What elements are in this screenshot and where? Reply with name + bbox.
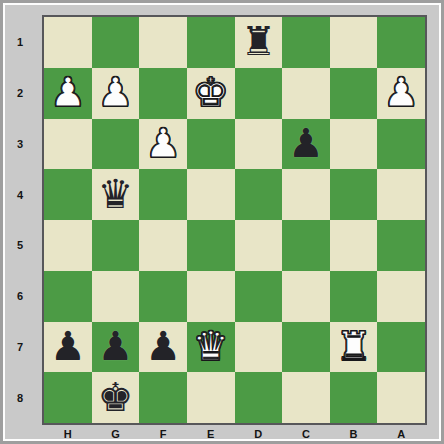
chessboard-frame: 12345678 ♜♟♟♚♟♟♟♛♟♟♟♛♜♚ HGFEDCBA: [0, 0, 444, 444]
piece-white-pawn[interactable]: ♟: [50, 72, 86, 112]
file-label-f: F: [139, 425, 187, 442]
square-b5[interactable]: [330, 220, 378, 271]
square-b7[interactable]: ♜: [330, 322, 378, 373]
square-f8[interactable]: [139, 372, 187, 423]
square-c2[interactable]: [282, 68, 330, 119]
file-label-d: D: [235, 425, 283, 442]
square-f2[interactable]: [139, 68, 187, 119]
piece-black-queen[interactable]: ♛: [98, 174, 134, 214]
square-d7[interactable]: [235, 322, 283, 373]
square-f5[interactable]: [139, 220, 187, 271]
square-c5[interactable]: [282, 220, 330, 271]
piece-black-rook[interactable]: ♜: [240, 21, 276, 61]
square-d5[interactable]: [235, 220, 283, 271]
file-labels: HGFEDCBA: [44, 425, 425, 442]
square-a4[interactable]: [377, 169, 425, 220]
square-d3[interactable]: [235, 119, 283, 170]
square-f3[interactable]: ♟: [139, 119, 187, 170]
square-d8[interactable]: [235, 372, 283, 423]
rank-label-2: 2: [0, 68, 40, 119]
square-g1[interactable]: [92, 17, 140, 68]
square-b1[interactable]: [330, 17, 378, 68]
rank-label-7: 7: [0, 322, 40, 373]
chess-board: ♜♟♟♚♟♟♟♛♟♟♟♛♜♚: [42, 15, 427, 425]
piece-white-pawn[interactable]: ♟: [145, 123, 181, 163]
square-a2[interactable]: ♟: [377, 68, 425, 119]
rank-label-8: 8: [0, 372, 40, 423]
file-label-a: A: [377, 425, 425, 442]
square-h6[interactable]: [44, 271, 92, 322]
square-c6[interactable]: [282, 271, 330, 322]
square-a1[interactable]: [377, 17, 425, 68]
square-h3[interactable]: [44, 119, 92, 170]
square-a8[interactable]: [377, 372, 425, 423]
square-g7[interactable]: ♟: [92, 322, 140, 373]
square-d6[interactable]: [235, 271, 283, 322]
square-g6[interactable]: [92, 271, 140, 322]
piece-black-pawn[interactable]: ♟: [50, 326, 86, 366]
square-b4[interactable]: [330, 169, 378, 220]
piece-black-pawn[interactable]: ♟: [288, 123, 324, 163]
piece-black-king[interactable]: ♚: [98, 377, 134, 417]
square-f1[interactable]: [139, 17, 187, 68]
piece-white-king[interactable]: ♚: [193, 72, 229, 112]
square-a6[interactable]: [377, 271, 425, 322]
rank-labels: 12345678: [0, 17, 40, 423]
square-g5[interactable]: [92, 220, 140, 271]
square-e2[interactable]: ♚: [187, 68, 235, 119]
piece-white-queen[interactable]: ♛: [193, 326, 229, 366]
piece-black-pawn[interactable]: ♟: [98, 326, 134, 366]
square-g2[interactable]: ♟: [92, 68, 140, 119]
square-c8[interactable]: [282, 372, 330, 423]
square-g8[interactable]: ♚: [92, 372, 140, 423]
piece-white-pawn[interactable]: ♟: [383, 72, 419, 112]
square-b2[interactable]: [330, 68, 378, 119]
square-b6[interactable]: [330, 271, 378, 322]
square-a7[interactable]: [377, 322, 425, 373]
square-h2[interactable]: ♟: [44, 68, 92, 119]
file-label-e: E: [187, 425, 235, 442]
square-g3[interactable]: [92, 119, 140, 170]
square-e8[interactable]: [187, 372, 235, 423]
square-d1[interactable]: ♜: [235, 17, 283, 68]
square-e6[interactable]: [187, 271, 235, 322]
square-f6[interactable]: [139, 271, 187, 322]
square-d4[interactable]: [235, 169, 283, 220]
file-label-b: B: [330, 425, 378, 442]
square-c1[interactable]: [282, 17, 330, 68]
file-label-h: H: [44, 425, 92, 442]
square-h7[interactable]: ♟: [44, 322, 92, 373]
rank-label-1: 1: [0, 17, 40, 68]
file-label-c: C: [282, 425, 330, 442]
square-e4[interactable]: [187, 169, 235, 220]
square-d2[interactable]: [235, 68, 283, 119]
square-c4[interactable]: [282, 169, 330, 220]
square-e5[interactable]: [187, 220, 235, 271]
square-b3[interactable]: [330, 119, 378, 170]
square-g4[interactable]: ♛: [92, 169, 140, 220]
square-h4[interactable]: [44, 169, 92, 220]
square-f7[interactable]: ♟: [139, 322, 187, 373]
piece-black-pawn[interactable]: ♟: [145, 326, 181, 366]
piece-white-pawn[interactable]: ♟: [98, 72, 134, 112]
square-h1[interactable]: [44, 17, 92, 68]
file-label-g: G: [92, 425, 140, 442]
square-c7[interactable]: [282, 322, 330, 373]
rank-label-6: 6: [0, 271, 40, 322]
square-h8[interactable]: [44, 372, 92, 423]
square-c3[interactable]: ♟: [282, 119, 330, 170]
square-e1[interactable]: [187, 17, 235, 68]
rank-label-5: 5: [0, 220, 40, 271]
piece-white-rook[interactable]: ♜: [336, 326, 372, 366]
square-f4[interactable]: [139, 169, 187, 220]
rank-label-3: 3: [0, 119, 40, 170]
rank-label-4: 4: [0, 169, 40, 220]
square-b8[interactable]: [330, 372, 378, 423]
square-h5[interactable]: [44, 220, 92, 271]
square-e3[interactable]: [187, 119, 235, 170]
square-e7[interactable]: ♛: [187, 322, 235, 373]
square-a5[interactable]: [377, 220, 425, 271]
square-a3[interactable]: [377, 119, 425, 170]
